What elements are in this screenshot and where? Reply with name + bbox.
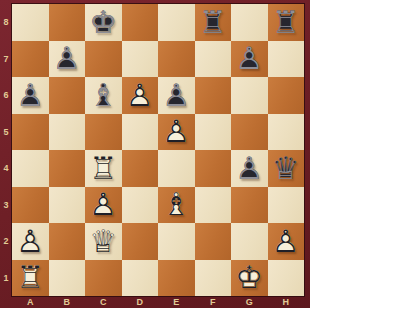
white-pawn-outline: ♙ xyxy=(268,223,305,260)
rank-label-6: 6 xyxy=(0,77,12,114)
black-pawn-outline: ♙ xyxy=(231,41,268,78)
black-pawn-outline: ♙ xyxy=(231,150,268,187)
square-g2[interactable] xyxy=(231,223,268,260)
square-b3[interactable] xyxy=(49,187,86,224)
black-rook-outline: ♖ xyxy=(195,4,232,41)
piece-black-pawn-b7: ♟♙ xyxy=(49,41,86,78)
square-d8[interactable] xyxy=(122,4,159,41)
square-h8[interactable]: ♜♖ xyxy=(268,4,305,41)
square-b8[interactable] xyxy=(49,4,86,41)
square-b4[interactable] xyxy=(49,150,86,187)
square-f4[interactable] xyxy=(195,150,232,187)
square-e7[interactable] xyxy=(158,41,195,78)
piece-white-queen-c2: ♛♕ xyxy=(85,223,122,260)
square-e1[interactable] xyxy=(158,260,195,297)
piece-black-pawn-g7: ♟♙ xyxy=(231,41,268,78)
file-label-h: H xyxy=(268,296,305,308)
square-a2[interactable]: ♟♙ xyxy=(12,223,49,260)
square-d5[interactable] xyxy=(122,114,159,151)
rank-label-1: 1 xyxy=(0,260,12,297)
white-pawn-outline: ♙ xyxy=(122,77,159,114)
black-rook-outline: ♖ xyxy=(268,4,305,41)
square-f5[interactable] xyxy=(195,114,232,151)
square-d4[interactable] xyxy=(122,150,159,187)
white-king-outline: ♔ xyxy=(231,260,268,297)
square-f7[interactable] xyxy=(195,41,232,78)
rank-label-4: 4 xyxy=(0,150,12,187)
square-e2[interactable] xyxy=(158,223,195,260)
piece-white-pawn-h2: ♟♙ xyxy=(268,223,305,260)
white-rook-outline: ♖ xyxy=(12,260,49,297)
square-g5[interactable] xyxy=(231,114,268,151)
square-d6[interactable]: ♟♙ xyxy=(122,77,159,114)
black-queen-outline: ♕ xyxy=(268,150,305,187)
piece-black-king-c8: ♚♔ xyxy=(85,4,122,41)
square-f8[interactable]: ♜♖ xyxy=(195,4,232,41)
square-b1[interactable] xyxy=(49,260,86,297)
piece-white-pawn-c3: ♟♙ xyxy=(85,187,122,224)
file-label-g: G xyxy=(231,296,268,308)
square-g1[interactable]: ♚♔ xyxy=(231,260,268,297)
white-queen-outline: ♕ xyxy=(85,223,122,260)
square-b6[interactable] xyxy=(49,77,86,114)
square-d7[interactable] xyxy=(122,41,159,78)
piece-black-pawn-e6: ♟♙ xyxy=(158,77,195,114)
rank-label-8: 8 xyxy=(0,4,12,41)
square-b5[interactable] xyxy=(49,114,86,151)
white-pawn-outline: ♙ xyxy=(12,223,49,260)
black-pawn-outline: ♙ xyxy=(12,77,49,114)
black-king-outline: ♔ xyxy=(85,4,122,41)
square-g3[interactable] xyxy=(231,187,268,224)
piece-black-bishop-c6: ♝♗ xyxy=(85,77,122,114)
square-d2[interactable] xyxy=(122,223,159,260)
black-bishop-outline: ♗ xyxy=(85,77,122,114)
square-h1[interactable] xyxy=(268,260,305,297)
square-b2[interactable] xyxy=(49,223,86,260)
square-a1[interactable]: ♜♖ xyxy=(12,260,49,297)
square-d3[interactable] xyxy=(122,187,159,224)
square-c4[interactable]: ♜♖ xyxy=(85,150,122,187)
rank-labels: 87654321 xyxy=(0,4,12,296)
black-pawn-outline: ♙ xyxy=(158,77,195,114)
square-c1[interactable] xyxy=(85,260,122,297)
square-e4[interactable] xyxy=(158,150,195,187)
rank-label-3: 3 xyxy=(0,187,12,224)
page-canvas: 87654321 ♚♔♜♖♜♖♟♙♟♙♟♙♝♗♟♙♟♙♟♙♜♖♟♙♛♕♟♙♝♗♟… xyxy=(0,0,414,311)
piece-white-pawn-e5: ♟♙ xyxy=(158,114,195,151)
file-labels: ABCDEFGH xyxy=(12,296,304,308)
square-c5[interactable] xyxy=(85,114,122,151)
piece-black-queen-h4: ♛♕ xyxy=(268,150,305,187)
square-a5[interactable] xyxy=(12,114,49,151)
white-rook-outline: ♖ xyxy=(85,150,122,187)
piece-white-pawn-a2: ♟♙ xyxy=(12,223,49,260)
square-a8[interactable] xyxy=(12,4,49,41)
square-c6[interactable]: ♝♗ xyxy=(85,77,122,114)
square-h7[interactable] xyxy=(268,41,305,78)
square-h2[interactable]: ♟♙ xyxy=(268,223,305,260)
piece-white-rook-a1: ♜♖ xyxy=(12,260,49,297)
square-e8[interactable] xyxy=(158,4,195,41)
square-g8[interactable] xyxy=(231,4,268,41)
chess-board-frame: 87654321 ♚♔♜♖♜♖♟♙♟♙♟♙♝♗♟♙♟♙♟♙♜♖♟♙♛♕♟♙♝♗♟… xyxy=(0,0,310,308)
file-label-e: E xyxy=(158,296,195,308)
black-pawn-outline: ♙ xyxy=(49,41,86,78)
square-a6[interactable]: ♟♙ xyxy=(12,77,49,114)
rank-label-7: 7 xyxy=(0,41,12,78)
square-f3[interactable] xyxy=(195,187,232,224)
white-pawn-outline: ♙ xyxy=(158,114,195,151)
white-pawn-outline: ♙ xyxy=(85,187,122,224)
rank-label-2: 2 xyxy=(0,223,12,260)
piece-black-pawn-a6: ♟♙ xyxy=(12,77,49,114)
square-h4[interactable]: ♛♕ xyxy=(268,150,305,187)
square-g7[interactable]: ♟♙ xyxy=(231,41,268,78)
square-e6[interactable]: ♟♙ xyxy=(158,77,195,114)
square-f6[interactable] xyxy=(195,77,232,114)
square-e3[interactable]: ♝♗ xyxy=(158,187,195,224)
file-label-b: B xyxy=(49,296,86,308)
square-d1[interactable] xyxy=(122,260,159,297)
square-c2[interactable]: ♛♕ xyxy=(85,223,122,260)
piece-white-pawn-d6: ♟♙ xyxy=(122,77,159,114)
square-h3[interactable] xyxy=(268,187,305,224)
square-g4[interactable]: ♟♙ xyxy=(231,150,268,187)
file-label-d: D xyxy=(122,296,159,308)
file-label-a: A xyxy=(12,296,49,308)
square-f1[interactable] xyxy=(195,260,232,297)
piece-white-king-g1: ♚♔ xyxy=(231,260,268,297)
square-c7[interactable] xyxy=(85,41,122,78)
piece-black-rook-h8: ♜♖ xyxy=(268,4,305,41)
square-a4[interactable] xyxy=(12,150,49,187)
square-e5[interactable]: ♟♙ xyxy=(158,114,195,151)
piece-black-pawn-g4: ♟♙ xyxy=(231,150,268,187)
file-label-c: C xyxy=(85,296,122,308)
square-h5[interactable] xyxy=(268,114,305,151)
chess-board[interactable]: ♚♔♜♖♜♖♟♙♟♙♟♙♝♗♟♙♟♙♟♙♜♖♟♙♛♕♟♙♝♗♟♙♛♕♟♙♜♖♚♔ xyxy=(12,4,304,296)
file-label-f: F xyxy=(195,296,232,308)
square-g6[interactable] xyxy=(231,77,268,114)
rank-label-5: 5 xyxy=(0,114,12,151)
square-c3[interactable]: ♟♙ xyxy=(85,187,122,224)
square-a3[interactable] xyxy=(12,187,49,224)
piece-white-rook-c4: ♜♖ xyxy=(85,150,122,187)
square-a7[interactable] xyxy=(12,41,49,78)
piece-white-bishop-e3: ♝♗ xyxy=(158,187,195,224)
square-f2[interactable] xyxy=(195,223,232,260)
piece-black-rook-f8: ♜♖ xyxy=(195,4,232,41)
square-h6[interactable] xyxy=(268,77,305,114)
white-bishop-outline: ♗ xyxy=(158,187,195,224)
square-b7[interactable]: ♟♙ xyxy=(49,41,86,78)
square-c8[interactable]: ♚♔ xyxy=(85,4,122,41)
